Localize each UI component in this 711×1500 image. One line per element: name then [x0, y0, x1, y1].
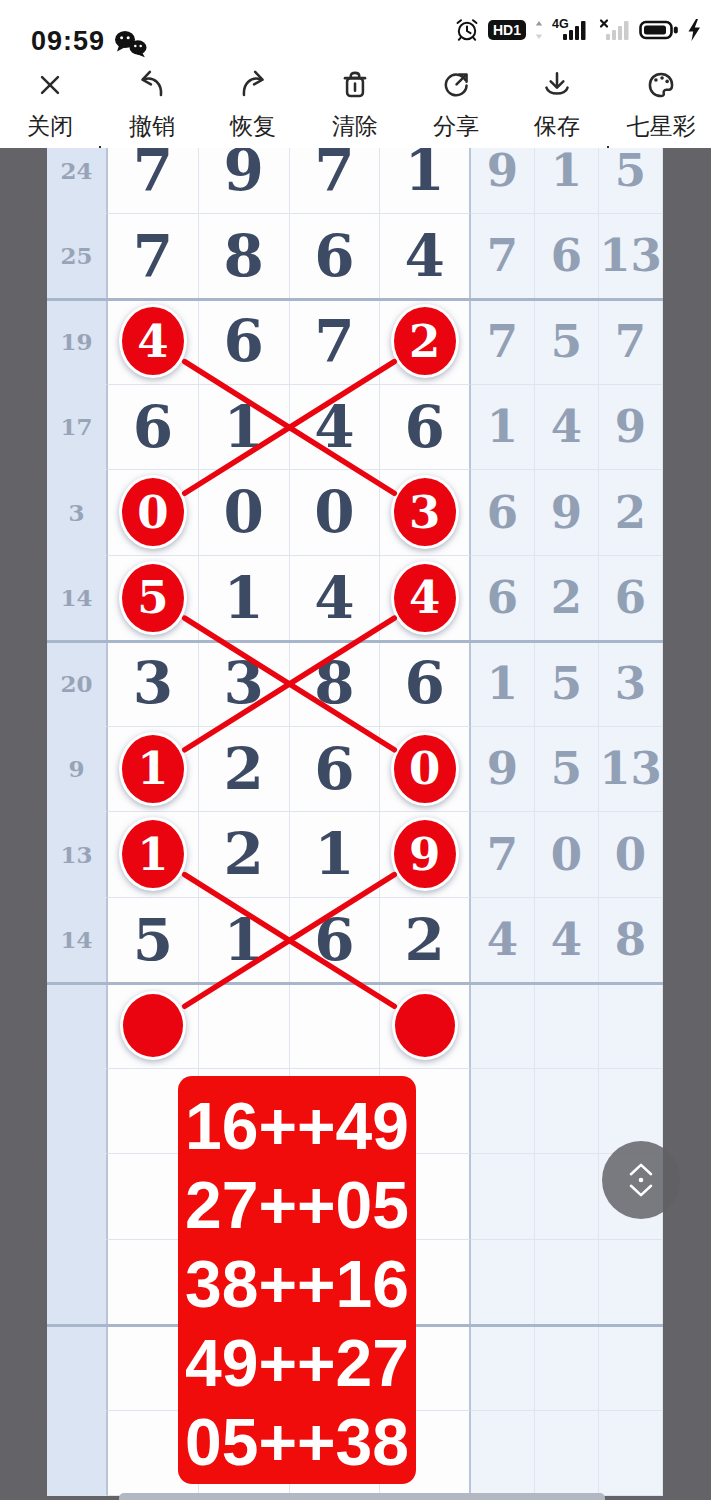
grid-cell: 9	[380, 812, 471, 898]
grid-row: 247971915	[47, 148, 663, 214]
battery-icon	[639, 19, 679, 41]
stat-cell: 6	[535, 214, 599, 300]
grid-row	[47, 983, 663, 1069]
grid-cell: 8	[290, 641, 381, 727]
grid-cell: 3	[380, 470, 471, 556]
grid-row: 131219700	[47, 812, 663, 898]
grid-cell	[199, 983, 290, 1069]
stat-cell: 13	[599, 727, 663, 813]
grid-row: 912609513	[47, 727, 663, 813]
stat-cell: 3	[599, 641, 663, 727]
undo-icon	[133, 66, 171, 108]
stat-cell: 2	[599, 470, 663, 556]
data-arrows-icon	[534, 19, 544, 41]
close-icon	[31, 66, 69, 108]
prediction-sticker[interactable]: 16++4927++0538++1649++2705++38	[178, 1076, 416, 1484]
stat-cell: 7	[471, 299, 535, 385]
grid-row: 2578647613	[47, 214, 663, 300]
palette-icon	[642, 66, 680, 108]
grid-cell: 1	[380, 148, 471, 214]
group-separator	[47, 640, 663, 643]
circled-number: 0	[119, 475, 187, 549]
circled-number: 0	[391, 732, 459, 806]
toolbar-undo-button[interactable]: 撤销	[106, 66, 198, 146]
alarm-icon	[454, 17, 480, 43]
grid-cell: 4	[380, 214, 471, 300]
stat-cell	[535, 1240, 599, 1326]
stat-cell	[535, 1154, 599, 1240]
toolbar-save-label: 保存	[534, 111, 580, 142]
stat-cell: 1	[535, 148, 599, 214]
grid-cell: 6	[290, 214, 381, 300]
toolbar-redo-label: 恢复	[230, 111, 276, 142]
row-label: 20	[47, 641, 108, 727]
row-label: 25	[47, 214, 108, 300]
toolbar-share-button[interactable]: 分享	[410, 66, 502, 146]
circled-number: 1	[119, 732, 187, 806]
scroll-indicator[interactable]	[602, 1141, 680, 1219]
grid-cell: 1	[108, 812, 199, 898]
grid-cell: 7	[290, 299, 381, 385]
grid-cell: 6	[380, 641, 471, 727]
stat-cell: 13	[599, 214, 663, 300]
wechat-notification-icon	[114, 30, 148, 58]
grid-cell: 9	[199, 148, 290, 214]
toolbar-redo-button[interactable]: 恢复	[207, 66, 299, 146]
grid-cell: 0	[199, 470, 290, 556]
group-separator	[47, 298, 663, 301]
grid-cell: 1	[199, 556, 290, 642]
share-icon	[437, 66, 475, 108]
stat-cell	[535, 1411, 599, 1497]
stat-cell	[535, 1069, 599, 1155]
grid-cell: 3	[199, 641, 290, 727]
status-time: 09:59	[31, 26, 105, 57]
toolbar-close-label: 关闭	[27, 111, 73, 142]
stat-cell	[535, 983, 599, 1069]
grid-cell: 2	[380, 299, 471, 385]
grid-cell	[108, 983, 199, 1069]
grid-cell: 6	[199, 299, 290, 385]
stat-cell: 4	[535, 385, 599, 471]
grid-cell: 6	[290, 727, 381, 813]
stat-cell	[471, 1325, 535, 1411]
stat-cell: 1	[471, 641, 535, 727]
circled-number: 1	[119, 817, 187, 891]
drawing-canvas[interactable]: 2479719152578647613194672757176146149300…	[0, 148, 711, 1500]
row-label	[47, 1154, 108, 1240]
status-right-icons: HD14G	[454, 0, 702, 60]
grid-row: 176146149	[47, 385, 663, 471]
sticker-line: 38++16	[178, 1245, 416, 1324]
circled-number: 3	[391, 475, 459, 549]
grid-row: 145144626	[47, 556, 663, 642]
row-label: 14	[47, 898, 108, 984]
stat-cell	[535, 1325, 599, 1411]
stat-cell: 9	[599, 385, 663, 471]
grid-cell: 2	[199, 812, 290, 898]
grid-cell: 0	[108, 470, 199, 556]
row-label	[47, 983, 108, 1069]
grid-cell	[380, 983, 471, 1069]
circled-number: 4	[391, 561, 459, 635]
row-label: 19	[47, 299, 108, 385]
grid-cell: 0	[290, 470, 381, 556]
toolbar-undo-label: 撤销	[129, 111, 175, 142]
grid-cell: 1	[290, 812, 381, 898]
stat-cell: 6	[599, 556, 663, 642]
grid-cell: 6	[380, 385, 471, 471]
toolbar-close-button[interactable]: 关闭	[4, 66, 96, 146]
grid-cell: 7	[290, 148, 381, 214]
app-screen: 09:59 HD14G 关闭撤销恢复清除分享保存七星彩 247971915257…	[0, 0, 711, 1500]
row-label	[47, 1325, 108, 1411]
download-icon	[538, 66, 576, 108]
stat-cell	[471, 1240, 535, 1326]
stat-cell: 0	[599, 812, 663, 898]
grid-cell: 1	[199, 898, 290, 984]
stat-cell	[471, 1411, 535, 1497]
stat-cell: 5	[535, 727, 599, 813]
stat-cell: 9	[471, 727, 535, 813]
grid-row: 203386153	[47, 641, 663, 727]
toolbar-lottery-label: 七星彩	[627, 111, 696, 142]
grid-cell: 4	[290, 385, 381, 471]
row-label: 3	[47, 470, 108, 556]
grid-cell: 3	[108, 641, 199, 727]
status-bar: 09:59 HD14G	[0, 0, 711, 60]
row-label: 13	[47, 812, 108, 898]
circled-number: 5	[119, 561, 187, 635]
grid-row: 194672757	[47, 299, 663, 385]
grid-row: 145162448	[47, 898, 663, 984]
circled-number: 2	[391, 304, 459, 378]
redo-icon	[234, 66, 272, 108]
row-label	[47, 1411, 108, 1497]
stat-cell: 7	[599, 299, 663, 385]
row-label: 14	[47, 556, 108, 642]
stat-cell: 0	[535, 812, 599, 898]
row-label	[47, 1069, 108, 1155]
stat-cell	[471, 1069, 535, 1155]
grid-cell: 1	[199, 385, 290, 471]
grid-row: 30003692	[47, 470, 663, 556]
stat-cell: 7	[471, 812, 535, 898]
hd-badge: HD1	[488, 20, 526, 40]
circled-number: 4	[119, 304, 187, 378]
row-label: 24	[47, 148, 108, 214]
toolbar-share-label: 分享	[433, 111, 479, 142]
toolbar-save-button[interactable]: 保存	[511, 66, 603, 146]
row-label: 9	[47, 727, 108, 813]
stat-cell: 9	[471, 148, 535, 214]
grid-cell: 4	[290, 556, 381, 642]
grid-cell: 0	[380, 727, 471, 813]
bottom-sheet-handle[interactable]	[119, 1493, 605, 1500]
stat-cell: 5	[535, 641, 599, 727]
grid-cell: 7	[108, 214, 199, 300]
sticker-line: 49++27	[178, 1324, 416, 1403]
grid-cell: 5	[108, 898, 199, 984]
sticker-line: 05++38	[178, 1403, 416, 1482]
stat-cell	[599, 1411, 663, 1497]
trash-icon	[336, 66, 374, 108]
scroll-up-down-icon	[613, 1149, 669, 1211]
toolbar-clear-button[interactable]: 清除	[309, 66, 401, 146]
stat-cell: 5	[599, 148, 663, 214]
grid-cell: 4	[380, 556, 471, 642]
grid-cell: 6	[108, 385, 199, 471]
signal-off-icon	[598, 17, 631, 43]
toolbar-lottery-button[interactable]: 七星彩	[615, 66, 707, 146]
stat-cell	[599, 1325, 663, 1411]
stat-cell: 4	[535, 898, 599, 984]
signal-4g-icon: 4G	[552, 17, 590, 43]
grid-cell: 6	[290, 898, 381, 984]
svg-text:4G: 4G	[552, 17, 569, 31]
stat-cell: 2	[535, 556, 599, 642]
stat-cell: 6	[471, 556, 535, 642]
stat-cell	[471, 1154, 535, 1240]
grid-cell: 8	[199, 214, 290, 300]
sticker-line: 27++05	[178, 1166, 416, 1245]
stat-cell: 9	[535, 470, 599, 556]
grid-cell: 5	[108, 556, 199, 642]
charging-bolt-icon	[687, 18, 702, 42]
row-label	[47, 1240, 108, 1326]
sticker-line: 16++49	[178, 1087, 416, 1166]
solid-red-dot	[120, 991, 186, 1060]
stat-cell: 1	[471, 385, 535, 471]
stat-cell: 7	[471, 214, 535, 300]
stat-cell: 4	[471, 898, 535, 984]
stat-cell: 6	[471, 470, 535, 556]
stat-cell	[471, 983, 535, 1069]
stat-cell	[599, 983, 663, 1069]
editor-toolbar: 关闭撤销恢复清除分享保存七星彩	[0, 60, 711, 148]
solid-red-dot	[392, 991, 458, 1060]
row-label: 17	[47, 385, 108, 471]
grid-cell: 7	[108, 148, 199, 214]
grid-cell: 4	[108, 299, 199, 385]
grid-cell: 2	[199, 727, 290, 813]
grid-cell	[290, 983, 381, 1069]
grid-cell: 1	[108, 727, 199, 813]
stat-cell: 5	[535, 299, 599, 385]
stat-cell: 8	[599, 898, 663, 984]
grid-cell: 2	[380, 898, 471, 984]
group-separator	[47, 982, 663, 985]
toolbar-clear-label: 清除	[332, 111, 378, 142]
stat-cell	[599, 1240, 663, 1326]
circled-number: 9	[391, 817, 459, 891]
